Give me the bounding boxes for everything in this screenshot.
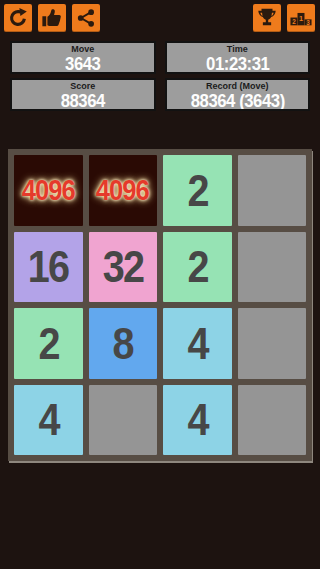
svg-text:2: 2 [292,18,296,25]
stat-score-value: 88364 [17,92,149,110]
empty-cell [238,232,307,303]
share-button[interactable] [72,4,100,32]
like-button[interactable] [38,4,66,32]
toolbar-left-group [4,4,100,32]
board-grid[interactable]: 4096409621632228444 [8,149,312,461]
stats-panel: Move 3643 Time 01:23:31 Score 88364 Reco… [0,41,320,111]
tile-4: 4 [14,385,83,456]
stat-move-value: 3643 [17,55,149,73]
stat-score: Score 88364 [10,78,156,111]
toolbar: 1 2 3 [0,0,320,36]
achievements-button[interactable] [253,4,281,32]
app-root: 1 2 3 Move 3643 Time 01:23:31 Score 8836… [0,0,320,461]
podium-icon: 1 2 3 [290,7,312,29]
thumbs-up-icon [41,7,63,29]
empty-cell [238,155,307,226]
svg-text:3: 3 [306,19,310,26]
stat-time-value: 01:23:31 [171,55,303,73]
leaderboard-button[interactable]: 1 2 3 [287,4,315,32]
stat-time: Time 01:23:31 [165,41,311,74]
toolbar-right-group: 1 2 3 [253,4,315,32]
tile-8: 8 [89,308,158,379]
tile-2: 2 [163,232,232,303]
share-icon [75,7,97,29]
restart-icon [7,7,29,29]
tile-16: 16 [14,232,83,303]
tile-32: 32 [89,232,158,303]
empty-cell [89,385,158,456]
svg-text:1: 1 [299,14,303,23]
stat-record: Record (Move) 88364 (3643) [165,78,311,111]
tile-4096: 4096 [14,155,83,226]
empty-cell [238,385,307,456]
stats-row-1: Move 3643 Time 01:23:31 [10,41,310,74]
tile-2: 2 [163,155,232,226]
tile-4096: 4096 [89,155,158,226]
tile-2: 2 [14,308,83,379]
stat-move: Move 3643 [10,41,156,74]
empty-cell [238,308,307,379]
restart-button[interactable] [4,4,32,32]
tile-4: 4 [163,385,232,456]
stat-record-value: 88364 (3643) [171,92,303,110]
stats-row-2: Score 88364 Record (Move) 88364 (3643) [10,78,310,111]
tile-4: 4 [163,308,232,379]
trophy-icon [256,7,278,29]
